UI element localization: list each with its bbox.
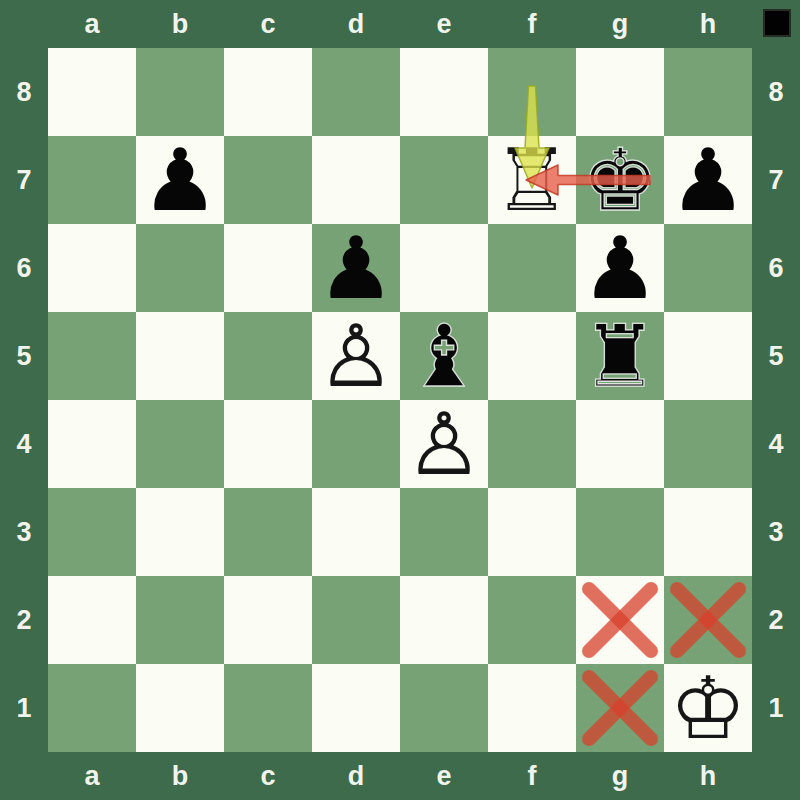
square-d5[interactable]: ♙	[312, 312, 400, 400]
square-c8[interactable]	[224, 48, 312, 136]
square-c7[interactable]	[224, 136, 312, 224]
file-label-bottom-b: b	[136, 752, 224, 800]
file-label-top-h: h	[664, 0, 752, 48]
square-b1[interactable]	[136, 664, 224, 752]
square-e8[interactable]	[400, 48, 488, 136]
square-e3[interactable]	[400, 488, 488, 576]
rank-label-left-2: 2	[0, 576, 48, 664]
file-label-top-d: d	[312, 0, 400, 48]
square-c3[interactable]	[224, 488, 312, 576]
square-g8[interactable]	[576, 48, 664, 136]
file-label-top-c: c	[224, 0, 312, 48]
file-label-bottom-c: c	[224, 752, 312, 800]
file-labels-bottom: abcdefgh	[48, 752, 752, 800]
black-pawn[interactable]: ♟	[312, 224, 400, 312]
square-c1[interactable]	[224, 664, 312, 752]
square-b3[interactable]	[136, 488, 224, 576]
square-a5[interactable]	[48, 312, 136, 400]
file-label-top-e: e	[400, 0, 488, 48]
square-a6[interactable]	[48, 224, 136, 312]
square-g2[interactable]	[576, 576, 664, 664]
square-e2[interactable]	[400, 576, 488, 664]
square-e7[interactable]	[400, 136, 488, 224]
file-label-bottom-e: e	[400, 752, 488, 800]
square-g7[interactable]: ♚	[576, 136, 664, 224]
rank-label-right-4: 4	[752, 400, 800, 488]
white-pawn[interactable]: ♙	[312, 312, 400, 400]
white-king[interactable]: ♔	[664, 664, 752, 752]
rank-label-right-8: 8	[752, 48, 800, 136]
black-pawn[interactable]: ♟	[136, 136, 224, 224]
rank-label-left-8: 8	[0, 48, 48, 136]
file-label-bottom-g: g	[576, 752, 664, 800]
square-g5[interactable]: ♜	[576, 312, 664, 400]
white-rook[interactable]: ♖	[488, 136, 576, 224]
square-g4[interactable]	[576, 400, 664, 488]
square-h4[interactable]	[664, 400, 752, 488]
rank-label-left-4: 4	[0, 400, 48, 488]
square-c6[interactable]	[224, 224, 312, 312]
square-a7[interactable]	[48, 136, 136, 224]
rank-labels-right: 87654321	[752, 48, 800, 752]
square-b4[interactable]	[136, 400, 224, 488]
square-h6[interactable]	[664, 224, 752, 312]
square-a8[interactable]	[48, 48, 136, 136]
file-label-bottom-f: f	[488, 752, 576, 800]
square-a3[interactable]	[48, 488, 136, 576]
square-b5[interactable]	[136, 312, 224, 400]
square-c5[interactable]	[224, 312, 312, 400]
square-h8[interactable]	[664, 48, 752, 136]
square-f2[interactable]	[488, 576, 576, 664]
file-label-bottom-h: h	[664, 752, 752, 800]
file-label-bottom-a: a	[48, 752, 136, 800]
file-label-bottom-d: d	[312, 752, 400, 800]
square-g6[interactable]: ♟	[576, 224, 664, 312]
rank-label-right-7: 7	[752, 136, 800, 224]
square-d4[interactable]	[312, 400, 400, 488]
square-e1[interactable]	[400, 664, 488, 752]
rank-label-right-2: 2	[752, 576, 800, 664]
chess-board: ♟♖♚♟♟♟♙♝♜♙♔	[48, 48, 752, 752]
square-h1[interactable]: ♔	[664, 664, 752, 752]
square-e6[interactable]	[400, 224, 488, 312]
black-king[interactable]: ♚	[576, 136, 664, 224]
square-d6[interactable]: ♟	[312, 224, 400, 312]
square-a1[interactable]	[48, 664, 136, 752]
black-bishop[interactable]: ♝	[400, 312, 488, 400]
square-h3[interactable]	[664, 488, 752, 576]
square-f6[interactable]	[488, 224, 576, 312]
file-label-top-g: g	[576, 0, 664, 48]
rank-label-left-3: 3	[0, 488, 48, 576]
square-b6[interactable]	[136, 224, 224, 312]
rank-label-left-6: 6	[0, 224, 48, 312]
square-f4[interactable]	[488, 400, 576, 488]
square-h2[interactable]	[664, 576, 752, 664]
square-c4[interactable]	[224, 400, 312, 488]
square-d7[interactable]	[312, 136, 400, 224]
white-pawn[interactable]: ♙	[400, 400, 488, 488]
file-labels-top: abcdefgh	[48, 0, 752, 48]
square-d2[interactable]	[312, 576, 400, 664]
square-f3[interactable]	[488, 488, 576, 576]
square-g1[interactable]	[576, 664, 664, 752]
file-label-top-f: f	[488, 0, 576, 48]
square-d3[interactable]	[312, 488, 400, 576]
square-f7[interactable]: ♖	[488, 136, 576, 224]
square-b2[interactable]	[136, 576, 224, 664]
square-c2[interactable]	[224, 576, 312, 664]
square-f5[interactable]	[488, 312, 576, 400]
file-label-top-a: a	[48, 0, 136, 48]
rank-label-right-6: 6	[752, 224, 800, 312]
black-rook[interactable]: ♜	[576, 312, 664, 400]
square-g3[interactable]	[576, 488, 664, 576]
square-h7[interactable]: ♟	[664, 136, 752, 224]
black-pawn[interactable]: ♟	[664, 136, 752, 224]
square-f1[interactable]	[488, 664, 576, 752]
rank-label-right-1: 1	[752, 664, 800, 752]
square-a2[interactable]	[48, 576, 136, 664]
rank-labels-left: 87654321	[0, 48, 48, 752]
square-b7[interactable]: ♟	[136, 136, 224, 224]
square-f8[interactable]	[488, 48, 576, 136]
square-d8[interactable]	[312, 48, 400, 136]
square-d1[interactable]	[312, 664, 400, 752]
black-pawn[interactable]: ♟	[576, 224, 664, 312]
square-a4[interactable]	[48, 400, 136, 488]
rank-label-left-7: 7	[0, 136, 48, 224]
rank-label-left-1: 1	[0, 664, 48, 752]
square-h5[interactable]	[664, 312, 752, 400]
square-e4[interactable]: ♙	[400, 400, 488, 488]
rank-label-left-5: 5	[0, 312, 48, 400]
square-b8[interactable]	[136, 48, 224, 136]
black-to-move-indicator	[763, 9, 791, 37]
rank-label-right-3: 3	[752, 488, 800, 576]
square-e5[interactable]: ♝	[400, 312, 488, 400]
rank-label-right-5: 5	[752, 312, 800, 400]
chess-diagram: abcdefgh abcdefgh 87654321 87654321 ♟♖♚♟…	[0, 0, 800, 800]
file-label-top-b: b	[136, 0, 224, 48]
